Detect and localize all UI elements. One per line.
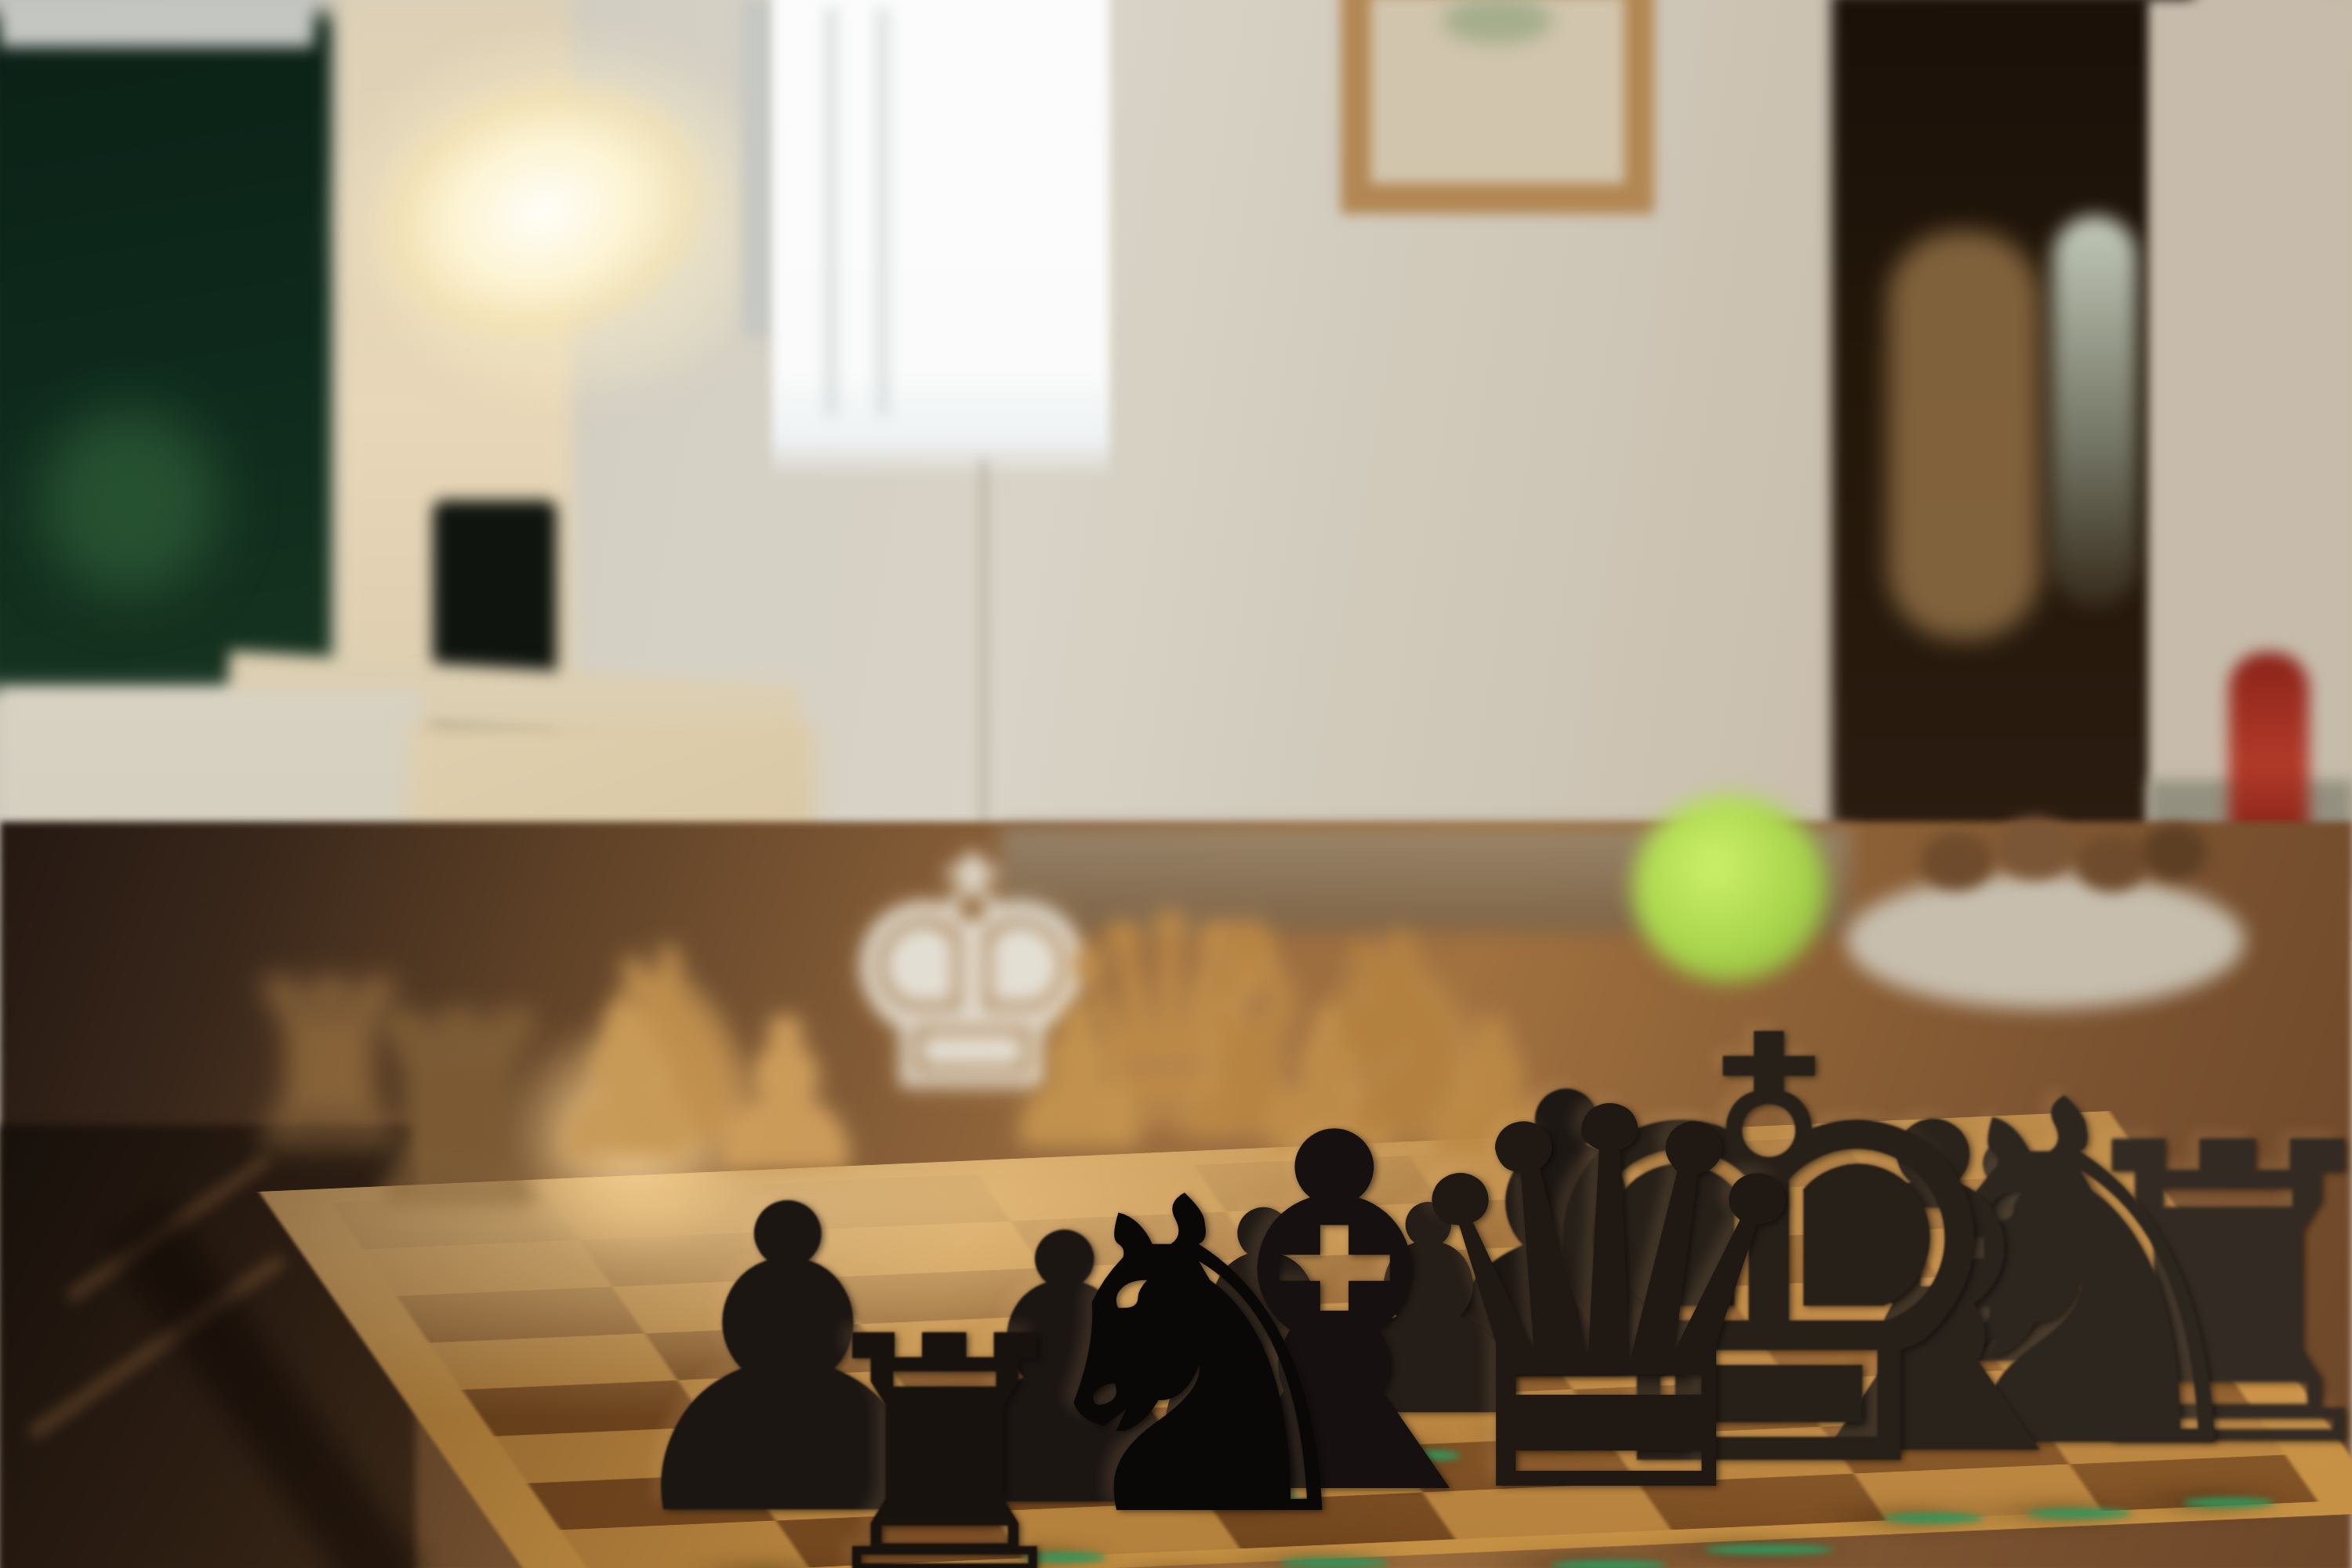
chess-photo-scene: ♜♜♟♞♟♚♟♛♝♟♞♟♟♜♟♞♟♝♟♟♛♚♝♟♞♜ [0, 0, 2352, 1568]
black-piece-glyph: ♛ [1374, 1043, 1844, 1566]
pieces-layer: ♜♜♟♞♟♚♟♛♝♟♞♟♟♜♟♞♟♝♟♟♛♚♝♟♞♜ [0, 0, 2352, 1568]
white-piece-glyph: ♜ [343, 983, 575, 1243]
black-piece-glyph: ♜ [797, 1294, 1092, 1568]
